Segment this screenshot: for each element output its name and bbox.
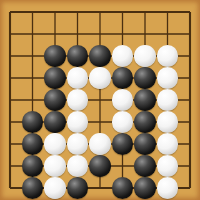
intersection[interactable] (66, 155, 89, 177)
intersection[interactable] (134, 1, 157, 23)
white-stone (67, 89, 89, 111)
intersection[interactable] (0, 177, 21, 199)
intersection[interactable] (66, 133, 89, 155)
intersection[interactable] (0, 89, 21, 111)
intersection[interactable] (179, 155, 200, 177)
intersection[interactable] (111, 45, 134, 67)
white-stone (157, 155, 179, 177)
intersection[interactable] (89, 89, 112, 111)
intersection[interactable] (21, 1, 44, 23)
black-stone (112, 67, 134, 89)
intersection[interactable] (89, 177, 112, 199)
intersection[interactable] (66, 45, 89, 67)
black-stone (22, 111, 44, 133)
black-stone (134, 133, 156, 155)
intersection[interactable] (0, 45, 21, 67)
black-stone (134, 89, 156, 111)
black-stone (134, 67, 156, 89)
intersection[interactable] (156, 89, 179, 111)
intersection[interactable] (21, 45, 44, 67)
white-stone (157, 67, 179, 89)
black-stone (22, 155, 44, 177)
intersection[interactable] (21, 67, 44, 89)
white-stone (112, 45, 134, 67)
intersection[interactable] (66, 177, 89, 199)
intersection[interactable] (21, 133, 44, 155)
intersection[interactable] (44, 1, 67, 23)
intersection[interactable] (111, 89, 134, 111)
black-stone (22, 177, 44, 199)
intersection[interactable] (44, 23, 67, 45)
white-stone (67, 155, 89, 177)
white-stone (134, 45, 156, 67)
white-stone (112, 111, 134, 133)
intersection[interactable] (66, 111, 89, 133)
intersection[interactable] (156, 23, 179, 45)
intersection[interactable] (0, 111, 21, 133)
go-board (0, 0, 200, 200)
intersection[interactable] (44, 67, 67, 89)
intersection[interactable] (156, 133, 179, 155)
white-stone (112, 89, 134, 111)
intersection[interactable] (111, 111, 134, 133)
intersection[interactable] (89, 45, 112, 67)
intersection[interactable] (21, 111, 44, 133)
intersection[interactable] (179, 23, 200, 45)
black-stone (89, 45, 111, 67)
intersection[interactable] (89, 155, 112, 177)
intersection[interactable] (21, 89, 44, 111)
intersection[interactable] (156, 67, 179, 89)
intersection[interactable] (111, 1, 134, 23)
white-stone (157, 177, 179, 199)
white-stone (89, 133, 111, 155)
intersection[interactable] (111, 23, 134, 45)
intersection[interactable] (44, 45, 67, 67)
intersection[interactable] (156, 1, 179, 23)
intersection[interactable] (134, 111, 157, 133)
intersection[interactable] (89, 67, 112, 89)
intersection[interactable] (21, 23, 44, 45)
white-stone (157, 89, 179, 111)
black-stone (44, 45, 66, 67)
intersection[interactable] (179, 111, 200, 133)
intersection[interactable] (89, 1, 112, 23)
intersection[interactable] (156, 155, 179, 177)
intersection[interactable] (179, 177, 200, 199)
white-stone (157, 45, 179, 67)
black-stone (134, 177, 156, 199)
intersection[interactable] (134, 45, 157, 67)
intersection[interactable] (44, 133, 67, 155)
intersection[interactable] (156, 177, 179, 199)
intersection[interactable] (44, 111, 67, 133)
intersection[interactable] (134, 89, 157, 111)
black-stone (67, 45, 89, 67)
intersection[interactable] (111, 177, 134, 199)
intersection[interactable] (179, 133, 200, 155)
intersection[interactable] (0, 1, 21, 23)
intersection[interactable] (111, 67, 134, 89)
intersection[interactable] (66, 1, 89, 23)
intersection[interactable] (44, 89, 67, 111)
intersection[interactable] (66, 67, 89, 89)
intersection[interactable] (111, 133, 134, 155)
black-stone (134, 111, 156, 133)
black-stone (134, 155, 156, 177)
black-stone (22, 133, 44, 155)
intersection[interactable] (89, 111, 112, 133)
intersection[interactable] (89, 133, 112, 155)
black-stone (112, 133, 134, 155)
white-stone (44, 155, 66, 177)
intersection[interactable] (66, 89, 89, 111)
intersection[interactable] (0, 133, 21, 155)
white-stone (44, 133, 66, 155)
intersection[interactable] (134, 133, 157, 155)
intersection[interactable] (179, 45, 200, 67)
black-stone (67, 177, 89, 199)
intersection[interactable] (134, 155, 157, 177)
black-stone (112, 177, 134, 199)
white-stone (44, 177, 66, 199)
intersection[interactable] (179, 89, 200, 111)
intersection[interactable] (44, 155, 67, 177)
intersection[interactable] (111, 155, 134, 177)
intersection[interactable] (66, 23, 89, 45)
white-stone (89, 67, 111, 89)
white-stone (67, 67, 89, 89)
intersection[interactable] (134, 23, 157, 45)
intersection[interactable] (21, 155, 44, 177)
intersection[interactable] (179, 1, 200, 23)
intersection[interactable] (44, 177, 67, 199)
black-stone (89, 155, 111, 177)
intersection[interactable] (179, 67, 200, 89)
black-stone (44, 89, 66, 111)
white-stone (67, 133, 89, 155)
intersection[interactable] (21, 177, 44, 199)
intersection[interactable] (156, 111, 179, 133)
white-stone (67, 111, 89, 133)
white-stone (157, 133, 179, 155)
white-stone (157, 111, 179, 133)
intersection[interactable] (134, 177, 157, 199)
black-stone (44, 111, 66, 133)
intersection[interactable] (0, 155, 21, 177)
black-stone (44, 67, 66, 89)
intersection[interactable] (134, 67, 157, 89)
intersection[interactable] (89, 23, 112, 45)
intersection[interactable] (0, 23, 21, 45)
stones-grid (0, 1, 200, 199)
intersection[interactable] (0, 67, 21, 89)
intersection[interactable] (156, 45, 179, 67)
